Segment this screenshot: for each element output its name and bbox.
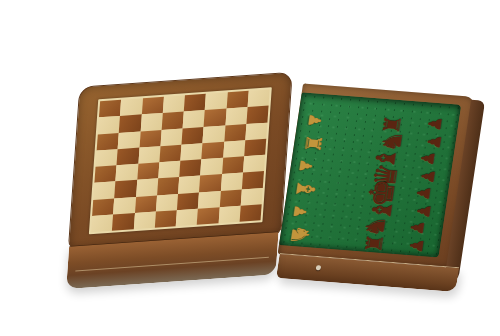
chess-piece-black-pawn: ♟ [408, 220, 427, 236]
board-square [180, 143, 202, 161]
board-square [114, 180, 136, 198]
drawer-pieces: ♟♜♟♝♟♞♜♞♝♛♚♝♞♜♟♟♟♟♟♟♟♟ [278, 83, 475, 267]
board-square [203, 125, 225, 143]
drawer-magnet-dot [316, 265, 322, 270]
board-square [91, 214, 113, 232]
chess-piece-white-rook: ♜ [301, 133, 325, 153]
board-square [204, 109, 226, 127]
chess-piece-white-bishop: ♝ [291, 177, 319, 201]
board-square [184, 94, 206, 112]
board-square [202, 141, 224, 159]
board-square [244, 138, 266, 156]
board-square [119, 115, 141, 133]
chess-piece-black-pawn: ♟ [418, 150, 437, 166]
board-square [198, 191, 220, 209]
board-square [140, 113, 162, 131]
board-square [245, 122, 267, 140]
board-square [94, 165, 116, 183]
chess-piece-black-pawn: ♟ [425, 133, 444, 149]
board-square [97, 132, 119, 150]
board-square [181, 127, 203, 145]
board-square [161, 112, 183, 130]
board-border [89, 87, 272, 234]
board-square [179, 159, 201, 177]
board-square [158, 161, 180, 179]
board-square [112, 213, 134, 231]
board-square [247, 89, 269, 107]
board-square [156, 194, 178, 212]
chess-piece-white-knight: ♞ [285, 223, 312, 246]
chess-box [65, 72, 291, 288]
chess-piece-black-rook: ♜ [363, 233, 388, 254]
board-square [133, 211, 155, 229]
chess-piece-black-pawn: ♟ [414, 185, 433, 201]
board-square [239, 204, 261, 222]
board-square [96, 149, 118, 167]
board-square [178, 176, 200, 194]
board-square [177, 192, 199, 210]
chess-board [91, 89, 270, 232]
board-square [120, 98, 142, 116]
chess-piece-white-pawn: ♟ [290, 204, 308, 220]
chess-piece-white-pawn: ♟ [305, 113, 323, 129]
board-square [99, 100, 121, 118]
board-square [159, 144, 181, 162]
board-square [137, 162, 159, 180]
chess-piece-black-pawn: ♟ [407, 237, 426, 253]
board-square [223, 140, 245, 158]
board-square [199, 174, 221, 192]
board-square [139, 130, 161, 148]
board-square [226, 91, 248, 109]
board-square [163, 95, 185, 113]
board-square [93, 182, 115, 200]
board-square [141, 97, 163, 115]
board-square [138, 146, 160, 164]
board-square [155, 210, 177, 228]
board-square [224, 124, 246, 142]
board-square [183, 110, 205, 128]
storage-drawer: ♟♜♟♝♟♞♜♞♝♛♚♝♞♜♟♟♟♟♟♟♟♟ [273, 83, 492, 296]
box-lid [68, 72, 293, 250]
board-square [219, 189, 241, 207]
board-square [240, 188, 262, 206]
drawer-rim: ♟♜♟♝♟♞♜♞♝♛♚♝♞♜♟♟♟♟♟♟♟♟ [278, 83, 475, 267]
board-square [225, 107, 247, 125]
board-square [136, 179, 158, 197]
chess-piece-black-pawn: ♟ [426, 116, 445, 132]
chess-piece-white-pawn: ♟ [296, 158, 314, 174]
board-square [117, 147, 139, 165]
board-square [205, 92, 227, 110]
board-square [98, 116, 120, 134]
board-square [200, 158, 222, 176]
board-square [176, 208, 198, 226]
drawer-seam [76, 256, 269, 271]
board-square [160, 128, 182, 146]
board-square [113, 196, 135, 214]
board-square [222, 156, 244, 174]
product-photo: ♟♜♟♝♟♞♜♞♝♛♚♝♞♜♟♟♟♟♟♟♟♟ [0, 0, 500, 336]
board-square [243, 155, 265, 173]
board-square [92, 198, 114, 216]
board-square [220, 173, 242, 191]
chess-piece-black-pawn: ♟ [415, 203, 434, 219]
board-square [197, 207, 219, 225]
board-square [116, 164, 138, 182]
board-square [157, 177, 179, 195]
board-square [242, 171, 264, 189]
board-square [135, 195, 157, 213]
board-square [218, 205, 240, 223]
chess-piece-black-pawn: ♟ [419, 168, 438, 184]
board-square [246, 106, 268, 124]
board-square [118, 131, 140, 149]
